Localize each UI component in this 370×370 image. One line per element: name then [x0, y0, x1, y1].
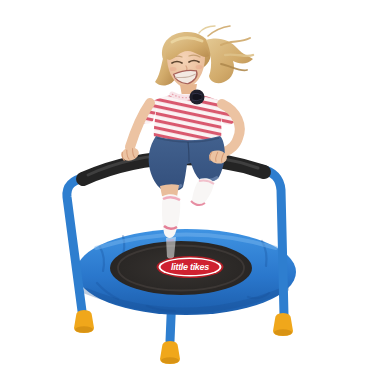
foot-shade: [274, 329, 292, 335]
arm-right: [222, 104, 240, 152]
product-photo: little tikes: [0, 0, 370, 370]
arm-left: [130, 103, 150, 147]
frame-left-post: [67, 177, 86, 311]
product-photo-svg: little tikes: [0, 0, 370, 370]
foot-right: [273, 313, 293, 336]
flower-brooch: [190, 90, 205, 105]
shirt-torso: [154, 94, 222, 143]
sock-blur-pink: [167, 240, 174, 241]
brand-logo: little tikes: [157, 256, 224, 278]
sock-right: [191, 178, 214, 206]
child: [120, 26, 253, 259]
foot-shade: [75, 326, 93, 332]
hair-flying: [206, 38, 253, 83]
shirt: [137, 90, 236, 143]
foot-center: [160, 341, 180, 364]
foot-shade: [161, 357, 179, 363]
logo-text: little tikes: [171, 262, 209, 272]
foot-left: [74, 310, 94, 333]
